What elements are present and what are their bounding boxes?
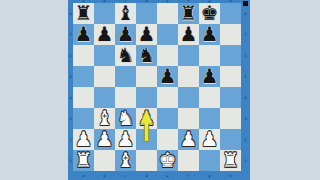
file-label-h: h (225, 0, 237, 2)
rank-label-1: 1 (69, 155, 72, 167)
white-knight: ♞ (117, 108, 135, 129)
square-e5[interactable]: ♟ (157, 66, 178, 87)
square-b6[interactable] (94, 45, 115, 66)
square-g5[interactable]: ♟ (199, 66, 220, 87)
square-h1[interactable]: ♜ (220, 150, 241, 171)
square-g7[interactable]: ♟ (199, 24, 220, 45)
square-a1[interactable]: ♜ (73, 150, 94, 171)
white-pawn: ♟ (201, 129, 219, 150)
page-background: abcdefgh abcdefgh 87654321 87654321 ♜♝♜♚… (0, 0, 320, 180)
black-pawn: ♟ (180, 24, 198, 45)
square-d1[interactable] (136, 150, 157, 171)
square-a4[interactable] (73, 87, 94, 108)
square-e2[interactable] (157, 129, 178, 150)
square-f1[interactable] (178, 150, 199, 171)
square-d3[interactable]: ♟ (136, 108, 157, 129)
file-label-g: g (204, 173, 216, 178)
rank-label-5: 5 (69, 71, 72, 83)
black-knight: ♞ (138, 45, 156, 66)
board-squares: ♜♝♜♚♟♟♟♟♟♟♞♞♟♟♝♞♟♟♟♟♟♟♜♝♚♜ (73, 3, 241, 171)
square-b8[interactable] (94, 3, 115, 24)
white-bishop: ♝ (117, 150, 135, 171)
square-d2[interactable] (136, 129, 157, 150)
rank-label-4: 4 (69, 92, 72, 104)
rank-label-5: 5 (243, 71, 248, 83)
square-b3[interactable]: ♝ (94, 108, 115, 129)
square-d5[interactable] (136, 66, 157, 87)
file-label-c: c (120, 173, 132, 178)
black-to-move-indicator (243, 1, 248, 6)
rank-label-7: 7 (69, 29, 72, 41)
file-label-e: e (162, 173, 174, 178)
square-f3[interactable] (178, 108, 199, 129)
white-pawn: ♟ (117, 129, 135, 150)
square-f2[interactable]: ♟ (178, 129, 199, 150)
square-f5[interactable] (178, 66, 199, 87)
rank-label-1: 1 (243, 155, 248, 167)
square-f4[interactable] (178, 87, 199, 108)
black-pawn: ♟ (159, 66, 177, 87)
rank-label-3: 3 (69, 113, 72, 125)
rank-label-3: 3 (243, 113, 248, 125)
file-label-g: g (204, 0, 216, 2)
square-e8[interactable] (157, 3, 178, 24)
white-pawn: ♟ (180, 129, 198, 150)
black-pawn: ♟ (96, 24, 114, 45)
square-h6[interactable] (220, 45, 241, 66)
square-a5[interactable] (73, 66, 94, 87)
square-c2[interactable]: ♟ (115, 129, 136, 150)
file-label-d: d (141, 0, 153, 2)
black-pawn: ♟ (201, 66, 219, 87)
rank-label-4: 4 (243, 92, 248, 104)
square-f6[interactable] (178, 45, 199, 66)
file-label-d: d (141, 173, 153, 178)
rank-labels-right: 87654321 (241, 3, 250, 171)
square-b5[interactable] (94, 66, 115, 87)
white-rook: ♜ (222, 150, 240, 171)
square-c7[interactable]: ♟ (115, 24, 136, 45)
square-e4[interactable] (157, 87, 178, 108)
black-bishop: ♝ (117, 3, 135, 24)
square-e1[interactable]: ♚ (157, 150, 178, 171)
square-d6[interactable]: ♞ (136, 45, 157, 66)
black-rook: ♜ (180, 3, 198, 24)
white-pawn: ♟ (75, 129, 93, 150)
black-rook: ♜ (75, 3, 93, 24)
black-knight: ♞ (117, 45, 135, 66)
square-g3[interactable] (199, 108, 220, 129)
square-c6[interactable]: ♞ (115, 45, 136, 66)
square-h8[interactable] (220, 3, 241, 24)
file-label-h: h (225, 173, 237, 178)
file-labels-bottom: abcdefgh (73, 171, 241, 180)
square-a3[interactable] (73, 108, 94, 129)
square-c8[interactable]: ♝ (115, 3, 136, 24)
square-c1[interactable]: ♝ (115, 150, 136, 171)
rank-label-2: 2 (69, 134, 72, 146)
rank-label-6: 6 (69, 50, 72, 62)
square-h5[interactable] (220, 66, 241, 87)
rank-label-8: 8 (243, 8, 248, 20)
square-a8[interactable]: ♜ (73, 3, 94, 24)
white-bishop: ♝ (96, 108, 114, 129)
file-label-f: f (183, 173, 195, 178)
rank-label-2: 2 (243, 134, 248, 146)
square-b4[interactable] (94, 87, 115, 108)
square-b1[interactable] (94, 150, 115, 171)
square-a2[interactable]: ♟ (73, 129, 94, 150)
file-label-c: c (120, 0, 132, 2)
square-g2[interactable]: ♟ (199, 129, 220, 150)
square-e7[interactable] (157, 24, 178, 45)
square-c4[interactable] (115, 87, 136, 108)
square-g4[interactable] (199, 87, 220, 108)
file-label-f: f (183, 0, 195, 2)
square-b2[interactable]: ♟ (94, 129, 115, 150)
square-c3[interactable]: ♞ (115, 108, 136, 129)
black-pawn: ♟ (201, 24, 219, 45)
square-c5[interactable] (115, 66, 136, 87)
square-h2[interactable] (220, 129, 241, 150)
square-h7[interactable] (220, 24, 241, 45)
black-king: ♚ (201, 3, 219, 24)
white-pawn: ♟ (138, 108, 156, 129)
black-pawn: ♟ (117, 24, 135, 45)
square-a7[interactable]: ♟ (73, 24, 94, 45)
rank-label-8: 8 (69, 8, 72, 20)
file-label-b: b (99, 0, 111, 2)
square-e6[interactable] (157, 45, 178, 66)
file-label-b: b (99, 173, 111, 178)
square-g6[interactable] (199, 45, 220, 66)
black-pawn: ♟ (138, 24, 156, 45)
black-pawn: ♟ (75, 24, 93, 45)
square-a6[interactable] (73, 45, 94, 66)
square-f7[interactable]: ♟ (178, 24, 199, 45)
square-e3[interactable] (157, 108, 178, 129)
file-label-e: e (162, 0, 174, 2)
chess-board: abcdefgh abcdefgh 87654321 87654321 ♜♝♜♚… (68, 0, 250, 180)
white-pawn: ♟ (96, 129, 114, 150)
white-rook: ♜ (75, 150, 93, 171)
square-b7[interactable]: ♟ (94, 24, 115, 45)
rank-label-7: 7 (243, 29, 248, 41)
white-king: ♚ (159, 150, 177, 171)
square-d4[interactable] (136, 87, 157, 108)
file-label-a: a (78, 173, 90, 178)
square-d8[interactable] (136, 3, 157, 24)
rank-label-6: 6 (243, 50, 248, 62)
square-g8[interactable]: ♚ (199, 3, 220, 24)
file-label-a: a (78, 0, 90, 2)
square-h3[interactable] (220, 108, 241, 129)
square-f8[interactable]: ♜ (178, 3, 199, 24)
square-d7[interactable]: ♟ (136, 24, 157, 45)
square-h4[interactable] (220, 87, 241, 108)
square-g1[interactable] (199, 150, 220, 171)
